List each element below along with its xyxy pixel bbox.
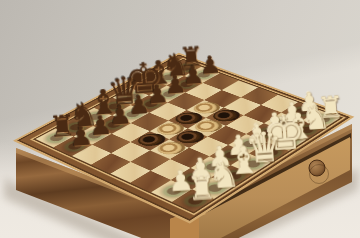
board-squares: ♜♞♝♛♚♝♞♜♟♟♟♟♟♟♟♟♟♟♟♟♟♟♟♟♜♞♝♛♚♝♞♜	[36, 60, 341, 212]
photo-canvas: ♜♞♝♛♚♝♞♜♟♟♟♟♟♟♟♟♟♟♟♟♟♟♟♟♜♞♝♛♚♝♞♜	[0, 0, 360, 238]
board-perspective-wrapper: ♜♞♝♛♚♝♞♜♟♟♟♟♟♟♟♟♟♟♟♟♟♟♟♟♜♞♝♛♚♝♞♜	[0, 0, 360, 238]
board-frame: ♜♞♝♛♚♝♞♜♟♟♟♟♟♟♟♟♟♟♟♟♟♟♟♟♜♞♝♛♚♝♞♜	[13, 53, 354, 224]
